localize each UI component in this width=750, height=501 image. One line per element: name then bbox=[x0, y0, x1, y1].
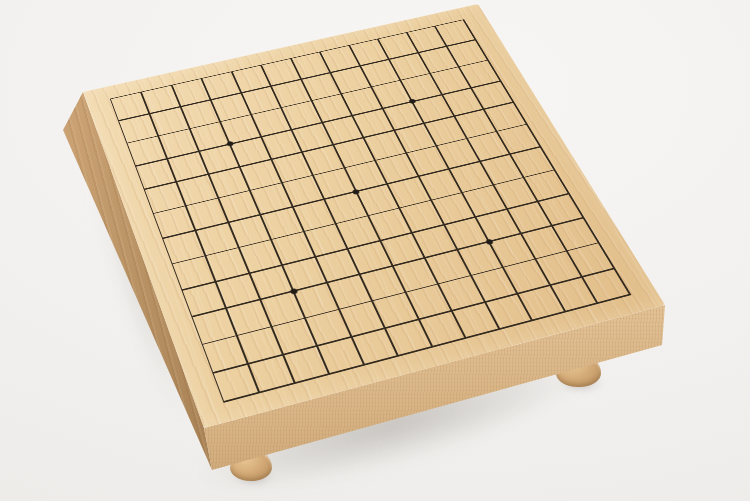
star-point bbox=[485, 238, 494, 244]
star-point bbox=[289, 288, 298, 295]
star-point bbox=[408, 99, 416, 105]
go-board-scene bbox=[0, 0, 750, 501]
star-point bbox=[352, 188, 360, 194]
star-point bbox=[226, 141, 234, 147]
